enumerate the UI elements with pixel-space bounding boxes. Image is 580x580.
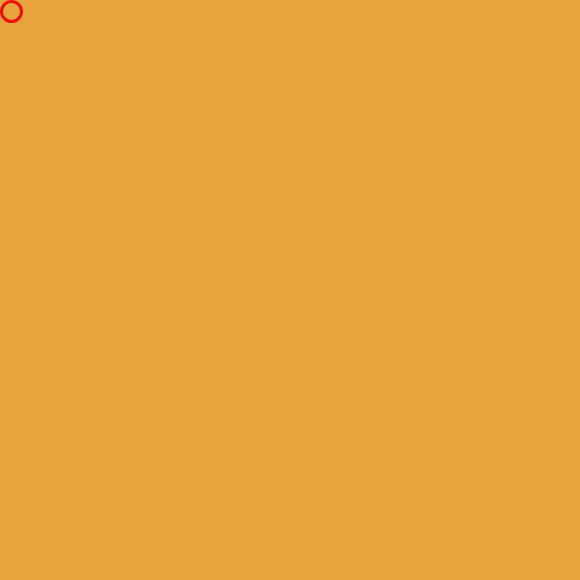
board-grid — [24, 24, 556, 556]
last-move-marker-icon — [0, 0, 23, 23]
go-board — [0, 0, 580, 580]
